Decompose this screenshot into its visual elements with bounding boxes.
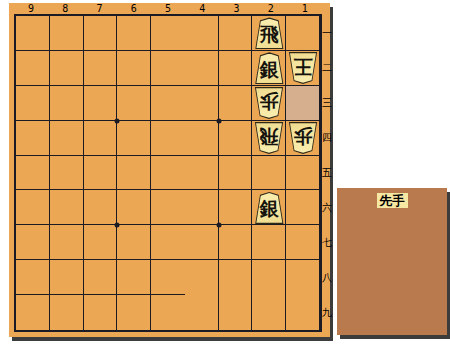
rank-label-1: 一 <box>322 16 332 51</box>
square-32[interactable] <box>219 51 253 86</box>
star-point <box>115 223 120 228</box>
square-49[interactable] <box>185 295 219 330</box>
square-57[interactable] <box>151 225 185 260</box>
square-31[interactable] <box>219 16 253 51</box>
square-39[interactable] <box>219 295 253 330</box>
square-99[interactable] <box>16 295 50 330</box>
square-95[interactable] <box>16 156 50 191</box>
file-label-9: 9 <box>14 2 48 14</box>
square-37[interactable] <box>219 225 253 260</box>
square-51[interactable] <box>151 16 185 51</box>
square-52[interactable] <box>151 51 185 86</box>
rank-label-3: 三 <box>322 86 332 121</box>
square-41[interactable] <box>185 16 219 51</box>
square-42[interactable] <box>185 51 219 86</box>
square-11[interactable] <box>286 16 320 51</box>
square-47[interactable] <box>185 225 219 260</box>
square-63[interactable] <box>117 86 151 121</box>
square-94[interactable] <box>16 121 50 156</box>
square-67[interactable] <box>117 225 151 260</box>
star-point <box>216 118 221 123</box>
square-89[interactable] <box>50 295 84 330</box>
square-38[interactable] <box>219 260 253 295</box>
square-85[interactable] <box>50 156 84 191</box>
square-62[interactable] <box>117 51 151 86</box>
square-82[interactable] <box>50 51 84 86</box>
square-87[interactable] <box>50 225 84 260</box>
square-48[interactable] <box>185 260 219 295</box>
rank-label-5: 五 <box>322 156 332 191</box>
square-92[interactable] <box>16 51 50 86</box>
square-97[interactable] <box>16 225 50 260</box>
square-27[interactable] <box>252 225 286 260</box>
square-65[interactable] <box>117 156 151 191</box>
square-19[interactable] <box>286 295 320 330</box>
square-68[interactable] <box>117 260 151 295</box>
rank-label-2: 二 <box>322 51 332 86</box>
square-29[interactable] <box>252 295 286 330</box>
rank-label-7: 七 <box>322 225 332 260</box>
square-73[interactable] <box>84 86 118 121</box>
square-25[interactable] <box>252 156 286 191</box>
square-58[interactable] <box>151 260 185 295</box>
square-71[interactable] <box>84 16 118 51</box>
file-label-7: 7 <box>82 2 116 14</box>
square-64[interactable] <box>117 121 151 156</box>
square-76[interactable] <box>84 190 118 225</box>
square-79[interactable] <box>84 295 118 330</box>
highlighted-square-13[interactable] <box>286 86 320 121</box>
square-86[interactable] <box>50 190 84 225</box>
square-91[interactable] <box>16 16 50 51</box>
rank-label-8: 八 <box>322 260 332 295</box>
square-36[interactable] <box>219 190 253 225</box>
square-33[interactable] <box>219 86 253 121</box>
square-56[interactable] <box>151 190 185 225</box>
square-84[interactable] <box>50 121 84 156</box>
square-88[interactable] <box>50 260 84 295</box>
square-45[interactable] <box>185 156 219 191</box>
square-61[interactable] <box>117 16 151 51</box>
rank-label-9: 九 <box>322 295 332 330</box>
square-53[interactable] <box>151 86 185 121</box>
square-54[interactable] <box>151 121 185 156</box>
file-label-5: 5 <box>151 2 185 14</box>
square-98[interactable] <box>16 260 50 295</box>
file-label-2: 2 <box>254 2 288 14</box>
square-43[interactable] <box>185 86 219 121</box>
square-15[interactable] <box>286 156 320 191</box>
square-46[interactable] <box>185 190 219 225</box>
rank-label-6: 六 <box>322 190 332 225</box>
square-66[interactable] <box>117 190 151 225</box>
square-44[interactable] <box>185 121 219 156</box>
square-93[interactable] <box>16 86 50 121</box>
file-label-3: 3 <box>219 2 253 14</box>
rank-coordinates: 一 二 三 四 五 六 七 八 九 <box>322 16 332 330</box>
square-96[interactable] <box>16 190 50 225</box>
square-81[interactable] <box>50 16 84 51</box>
shogi-board: 9 8 7 6 5 4 3 2 1 一 二 三 四 五 六 七 八 九 飛銀 <box>9 3 330 337</box>
square-17[interactable] <box>286 225 320 260</box>
rank-label-4: 四 <box>322 121 332 156</box>
shogi-app-window: 9 8 7 6 5 4 3 2 1 一 二 三 四 五 六 七 八 九 飛銀 <box>0 0 450 345</box>
square-28[interactable] <box>252 260 286 295</box>
file-coordinates: 9 8 7 6 5 4 3 2 1 <box>14 2 322 14</box>
square-34[interactable] <box>219 121 253 156</box>
file-label-4: 4 <box>185 2 219 14</box>
square-69[interactable] <box>117 295 151 330</box>
file-label-6: 6 <box>117 2 151 14</box>
square-74[interactable] <box>84 121 118 156</box>
square-72[interactable] <box>84 51 118 86</box>
square-18[interactable] <box>286 260 320 295</box>
sente-hand-panel[interactable]: 先手 <box>337 188 447 335</box>
square-35[interactable] <box>219 156 253 191</box>
square-83[interactable] <box>50 86 84 121</box>
square-75[interactable] <box>84 156 118 191</box>
square-59[interactable] <box>151 295 185 330</box>
sente-label: 先手 <box>377 193 408 208</box>
star-point <box>115 118 120 123</box>
file-label-1: 1 <box>288 2 322 14</box>
square-16[interactable] <box>286 190 320 225</box>
square-77[interactable] <box>84 225 118 260</box>
square-78[interactable] <box>84 260 118 295</box>
square-55[interactable] <box>151 156 185 191</box>
star-point <box>216 223 221 228</box>
file-label-8: 8 <box>48 2 82 14</box>
